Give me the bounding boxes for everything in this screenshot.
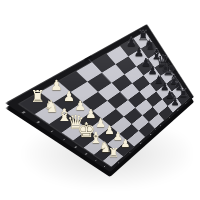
chess-piece-white-pawn: ♟: [63, 90, 75, 103]
chess-piece-white-pawn: ♟: [121, 139, 131, 150]
chess-piece-black-pawn: ♟: [171, 97, 180, 107]
chess-set-product-photo: ♜♞♝♛♚♝♞♜♟♟♟♟♟♟♟♟♟♟♟♟♟♟♟♟♜♞♝♛♚♝♞♜: [0, 0, 200, 200]
chess-piece-white-knight: ♞: [44, 98, 59, 115]
chess-piece-white-pawn: ♟: [85, 109, 96, 121]
chess-piece-white-pawn: ♟: [50, 79, 62, 93]
chess-piece-black-pawn: ♟: [154, 75, 163, 86]
chess-piece-white-knight: ♞: [99, 140, 112, 154]
chess-piece-black-knight: ♞: [144, 38, 156, 52]
chess-piece-black-queen: ♛: [156, 54, 170, 70]
chess-piece-white-rook: ♜: [30, 88, 45, 104]
chess-piece-black-bishop: ♝: [168, 73, 180, 86]
chess-piece-black-pawn: ♟: [148, 66, 158, 77]
chess-piece-black-pawn: ♟: [160, 83, 169, 93]
chess-piece-white-pawn: ♟: [95, 117, 106, 129]
chess-piece-white-pawn: ♟: [104, 125, 114, 137]
chess-piece-black-rook: ♜: [179, 89, 189, 100]
chess-piece-white-pawn: ♟: [75, 100, 87, 113]
chess-piece-black-bishop: ♝: [150, 47, 163, 61]
chess-piece-black-pawn: ♟: [126, 37, 137, 49]
chess-piece-black-pawn: ♟: [165, 90, 174, 100]
pieces-layer: ♜♞♝♛♚♝♞♜♟♟♟♟♟♟♟♟♟♟♟♟♟♟♟♟♜♞♝♛♚♝♞♜: [0, 0, 200, 200]
chess-piece-black-rook: ♜: [137, 29, 149, 42]
chess-piece-white-king: ♚: [77, 120, 95, 141]
chess-piece-white-bishop: ♝: [56, 106, 72, 123]
chess-piece-black-pawn: ♟: [141, 57, 151, 68]
chess-piece-black-king: ♚: [161, 61, 176, 78]
chess-piece-black-knight: ♞: [173, 81, 184, 93]
chess-piece-white-rook: ♜: [108, 147, 119, 160]
chess-piece-black-pawn: ♟: [134, 47, 144, 58]
chess-piece-white-queen: ♛: [67, 113, 84, 133]
chess-piece-white-bishop: ♝: [89, 132, 103, 148]
chess-piece-white-pawn: ♟: [113, 132, 123, 143]
